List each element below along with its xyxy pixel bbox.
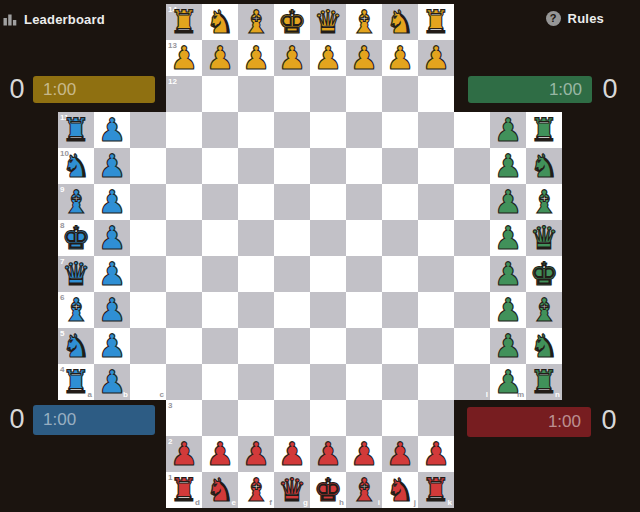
score-red: 0 — [596, 405, 622, 435]
square-m4[interactable]: m♟ — [490, 364, 526, 400]
square-f6[interactable] — [238, 292, 274, 328]
square-m5[interactable]: ♟ — [490, 328, 526, 364]
cut-corner — [58, 400, 94, 436]
square-e4[interactable] — [202, 364, 238, 400]
cut-corner — [94, 4, 130, 40]
green-rook[interactable]: ♜ — [526, 112, 562, 148]
yellow-pawn[interactable]: ♟ — [310, 40, 346, 76]
square-i11[interactable] — [346, 112, 382, 148]
square-e8[interactable] — [202, 220, 238, 256]
square-j6[interactable] — [382, 292, 418, 328]
square-i3[interactable] — [346, 400, 382, 436]
cut-corner — [526, 400, 562, 436]
square-f2[interactable]: ♟ — [238, 436, 274, 472]
square-n8[interactable]: ♛ — [526, 220, 562, 256]
cut-corner — [130, 40, 166, 76]
blue-rook[interactable]: ♜ — [58, 112, 94, 148]
cut-corner — [94, 472, 130, 508]
green-pawn[interactable]: ♟ — [490, 364, 526, 400]
square-h2[interactable]: ♟ — [310, 436, 346, 472]
green-pawn[interactable]: ♟ — [490, 184, 526, 220]
cut-corner — [490, 76, 526, 112]
square-l10[interactable] — [454, 148, 490, 184]
square-i10[interactable] — [346, 148, 382, 184]
cut-corner — [526, 472, 562, 508]
square-m9[interactable]: ♟ — [490, 184, 526, 220]
red-pawn[interactable]: ♟ — [418, 436, 454, 472]
square-h8[interactable] — [310, 220, 346, 256]
square-i9[interactable] — [346, 184, 382, 220]
square-c5[interactable] — [130, 328, 166, 364]
cut-corner — [454, 40, 490, 76]
square-c4[interactable]: c — [130, 364, 166, 400]
cut-corner — [58, 4, 94, 40]
red-knight[interactable]: ♞ — [382, 472, 418, 508]
square-h12[interactable] — [310, 76, 346, 112]
square-e12[interactable] — [202, 76, 238, 112]
red-knight[interactable]: ♞ — [202, 472, 238, 508]
square-d2[interactable]: 2♟ — [166, 436, 202, 472]
green-rook[interactable]: ♜ — [526, 364, 562, 400]
square-n10[interactable]: ♞ — [526, 148, 562, 184]
cut-corner — [130, 400, 166, 436]
yellow-pawn[interactable]: ♟ — [382, 40, 418, 76]
yellow-rook[interactable]: ♜ — [166, 4, 202, 40]
yellow-pawn[interactable]: ♟ — [166, 40, 202, 76]
blue-pawn[interactable]: ♟ — [94, 184, 130, 220]
square-a11[interactable]: 11♜ — [58, 112, 94, 148]
square-b8[interactable]: ♟ — [94, 220, 130, 256]
cut-corner — [454, 76, 490, 112]
square-d1[interactable]: 1d♜ — [166, 472, 202, 508]
green-queen[interactable]: ♛ — [526, 220, 562, 256]
square-b11[interactable]: ♟ — [94, 112, 130, 148]
green-bishop[interactable]: ♝ — [526, 184, 562, 220]
rank-label-3: 3 — [168, 402, 172, 410]
red-pawn[interactable]: ♟ — [346, 436, 382, 472]
square-h1[interactable]: h♚ — [310, 472, 346, 508]
square-e6[interactable] — [202, 292, 238, 328]
green-pawn[interactable]: ♟ — [490, 292, 526, 328]
square-d9[interactable] — [166, 184, 202, 220]
square-n9[interactable]: ♝ — [526, 184, 562, 220]
cut-corner — [454, 400, 490, 436]
blue-rook[interactable]: ♜ — [58, 364, 94, 400]
square-f5[interactable] — [238, 328, 274, 364]
square-f10[interactable] — [238, 148, 274, 184]
green-bishop[interactable]: ♝ — [526, 292, 562, 328]
score-green: 0 — [597, 74, 623, 104]
square-c7[interactable] — [130, 256, 166, 292]
blue-queen[interactable]: ♛ — [58, 256, 94, 292]
square-d5[interactable] — [166, 328, 202, 364]
square-k13[interactable]: ♟ — [418, 40, 454, 76]
square-h14[interactable]: ♛ — [310, 4, 346, 40]
square-h3[interactable] — [310, 400, 346, 436]
green-king[interactable]: ♚ — [526, 256, 562, 292]
rules-label: Rules — [568, 11, 604, 26]
square-i6[interactable] — [346, 292, 382, 328]
cut-corner — [94, 436, 130, 472]
green-pawn[interactable]: ♟ — [490, 148, 526, 184]
cut-corner — [58, 472, 94, 508]
square-j13[interactable]: ♟ — [382, 40, 418, 76]
blue-pawn[interactable]: ♟ — [94, 148, 130, 184]
square-a8[interactable]: 8♚ — [58, 220, 94, 256]
blue-bishop[interactable]: ♝ — [58, 184, 94, 220]
square-g8[interactable] — [274, 220, 310, 256]
square-a10[interactable]: 10♞ — [58, 148, 94, 184]
cut-corner — [526, 40, 562, 76]
square-h9[interactable] — [310, 184, 346, 220]
cut-corner — [490, 40, 526, 76]
square-b7[interactable]: ♟ — [94, 256, 130, 292]
square-h5[interactable] — [310, 328, 346, 364]
cut-corner — [526, 436, 562, 472]
square-k3[interactable] — [418, 400, 454, 436]
blue-knight[interactable]: ♞ — [58, 328, 94, 364]
square-e10[interactable] — [202, 148, 238, 184]
green-pawn[interactable]: ♟ — [490, 220, 526, 256]
square-k4[interactable] — [418, 364, 454, 400]
blue-pawn[interactable]: ♟ — [94, 220, 130, 256]
square-a9[interactable]: 9♝ — [58, 184, 94, 220]
square-n6[interactable]: ♝ — [526, 292, 562, 328]
square-e9[interactable] — [202, 184, 238, 220]
square-g11[interactable] — [274, 112, 310, 148]
red-queen[interactable]: ♛ — [274, 472, 310, 508]
square-c8[interactable] — [130, 220, 166, 256]
square-h10[interactable] — [310, 148, 346, 184]
square-b6[interactable]: ♟ — [94, 292, 130, 328]
red-king[interactable]: ♚ — [310, 472, 346, 508]
yellow-pawn[interactable]: ♟ — [274, 40, 310, 76]
green-pawn[interactable]: ♟ — [490, 328, 526, 364]
blue-king[interactable]: ♚ — [58, 220, 94, 256]
score-yellow: 0 — [4, 74, 30, 104]
square-d12[interactable]: 12 — [166, 76, 202, 112]
green-knight[interactable]: ♞ — [526, 148, 562, 184]
square-g13[interactable]: ♟ — [274, 40, 310, 76]
square-i5[interactable] — [346, 328, 382, 364]
square-i2[interactable]: ♟ — [346, 436, 382, 472]
square-i4[interactable] — [346, 364, 382, 400]
red-pawn[interactable]: ♟ — [382, 436, 418, 472]
square-h4[interactable] — [310, 364, 346, 400]
square-b10[interactable]: ♟ — [94, 148, 130, 184]
yellow-king[interactable]: ♚ — [274, 4, 310, 40]
square-j11[interactable] — [382, 112, 418, 148]
square-j10[interactable] — [382, 148, 418, 184]
cut-corner — [130, 436, 166, 472]
rank-label-12: 12 — [168, 78, 177, 86]
four-player-chess-app: Leaderboard ? Rules 0 1:00 1:00 0 0 1:00… — [0, 0, 640, 512]
square-j2[interactable]: ♟ — [382, 436, 418, 472]
square-c9[interactable] — [130, 184, 166, 220]
square-l11[interactable] — [454, 112, 490, 148]
file-label-c: c — [160, 391, 164, 399]
score-blue: 0 — [4, 404, 30, 434]
square-d14[interactable]: 14♜ — [166, 4, 202, 40]
blue-bishop[interactable]: ♝ — [58, 292, 94, 328]
square-a4[interactable]: 4a♜ — [58, 364, 94, 400]
green-knight[interactable]: ♞ — [526, 328, 562, 364]
red-pawn[interactable]: ♟ — [166, 436, 202, 472]
yellow-knight[interactable]: ♞ — [382, 4, 418, 40]
cut-corner — [58, 76, 94, 112]
cut-corner — [490, 436, 526, 472]
square-d7[interactable] — [166, 256, 202, 292]
cut-corner — [526, 4, 562, 40]
yellow-pawn[interactable]: ♟ — [202, 40, 238, 76]
file-label-l: l — [486, 391, 488, 399]
cut-corner — [454, 436, 490, 472]
blue-pawn[interactable]: ♟ — [94, 364, 130, 400]
square-j7[interactable] — [382, 256, 418, 292]
square-k2[interactable]: ♟ — [418, 436, 454, 472]
square-n4[interactable]: n♜ — [526, 364, 562, 400]
square-c6[interactable] — [130, 292, 166, 328]
yellow-rook[interactable]: ♜ — [418, 4, 454, 40]
cut-corner — [526, 76, 562, 112]
square-e7[interactable] — [202, 256, 238, 292]
square-g6[interactable] — [274, 292, 310, 328]
square-d10[interactable] — [166, 148, 202, 184]
square-l4[interactable]: l — [454, 364, 490, 400]
square-f1[interactable]: f♝ — [238, 472, 274, 508]
square-f13[interactable]: ♟ — [238, 40, 274, 76]
square-f14[interactable]: ♝ — [238, 4, 274, 40]
square-d4[interactable] — [166, 364, 202, 400]
square-b5[interactable]: ♟ — [94, 328, 130, 364]
red-pawn[interactable]: ♟ — [202, 436, 238, 472]
red-pawn[interactable]: ♟ — [274, 436, 310, 472]
yellow-pawn[interactable]: ♟ — [346, 40, 382, 76]
square-m10[interactable]: ♟ — [490, 148, 526, 184]
red-rook[interactable]: ♜ — [166, 472, 202, 508]
blue-pawn[interactable]: ♟ — [94, 256, 130, 292]
square-g7[interactable] — [274, 256, 310, 292]
square-m11[interactable]: ♟ — [490, 112, 526, 148]
square-f9[interactable] — [238, 184, 274, 220]
square-n7[interactable]: ♚ — [526, 256, 562, 292]
square-i13[interactable]: ♟ — [346, 40, 382, 76]
square-h7[interactable] — [310, 256, 346, 292]
square-l5[interactable] — [454, 328, 490, 364]
square-d3[interactable]: 3 — [166, 400, 202, 436]
cut-corner — [58, 436, 94, 472]
green-pawn[interactable]: ♟ — [490, 112, 526, 148]
square-l8[interactable] — [454, 220, 490, 256]
cut-corner — [94, 76, 130, 112]
square-g5[interactable] — [274, 328, 310, 364]
square-c10[interactable] — [130, 148, 166, 184]
square-f12[interactable] — [238, 76, 274, 112]
square-m8[interactable]: ♟ — [490, 220, 526, 256]
square-b4[interactable]: b♟ — [94, 364, 130, 400]
square-e2[interactable]: ♟ — [202, 436, 238, 472]
yellow-pawn[interactable]: ♟ — [418, 40, 454, 76]
square-k6[interactable] — [418, 292, 454, 328]
square-g12[interactable] — [274, 76, 310, 112]
red-pawn[interactable]: ♟ — [238, 436, 274, 472]
cut-corner — [490, 4, 526, 40]
square-n11[interactable]: ♜ — [526, 112, 562, 148]
square-j4[interactable] — [382, 364, 418, 400]
square-e1[interactable]: e♞ — [202, 472, 238, 508]
square-d6[interactable] — [166, 292, 202, 328]
red-pawn[interactable]: ♟ — [310, 436, 346, 472]
square-m6[interactable]: ♟ — [490, 292, 526, 328]
square-h11[interactable] — [310, 112, 346, 148]
red-bishop[interactable]: ♝ — [346, 472, 382, 508]
square-g14[interactable]: ♚ — [274, 4, 310, 40]
square-l6[interactable] — [454, 292, 490, 328]
square-m7[interactable]: ♟ — [490, 256, 526, 292]
square-k11[interactable] — [418, 112, 454, 148]
square-h13[interactable]: ♟ — [310, 40, 346, 76]
square-e14[interactable]: ♞ — [202, 4, 238, 40]
square-i8[interactable] — [346, 220, 382, 256]
square-g3[interactable] — [274, 400, 310, 436]
square-i1[interactable]: i♝ — [346, 472, 382, 508]
square-f11[interactable] — [238, 112, 274, 148]
square-k10[interactable] — [418, 148, 454, 184]
blue-pawn[interactable]: ♟ — [94, 328, 130, 364]
cut-corner — [490, 400, 526, 436]
square-f4[interactable] — [238, 364, 274, 400]
blue-knight[interactable]: ♞ — [58, 148, 94, 184]
square-g9[interactable] — [274, 184, 310, 220]
square-f7[interactable] — [238, 256, 274, 292]
square-j1[interactable]: j♞ — [382, 472, 418, 508]
square-i12[interactable] — [346, 76, 382, 112]
square-f8[interactable] — [238, 220, 274, 256]
square-l7[interactable] — [454, 256, 490, 292]
cut-corner — [454, 4, 490, 40]
yellow-knight[interactable]: ♞ — [202, 4, 238, 40]
square-j8[interactable] — [382, 220, 418, 256]
square-k7[interactable] — [418, 256, 454, 292]
yellow-queen[interactable]: ♛ — [310, 4, 346, 40]
red-bishop[interactable]: ♝ — [238, 472, 274, 508]
square-j9[interactable] — [382, 184, 418, 220]
blue-pawn[interactable]: ♟ — [94, 292, 130, 328]
square-i7[interactable] — [346, 256, 382, 292]
square-g10[interactable] — [274, 148, 310, 184]
green-pawn[interactable]: ♟ — [490, 256, 526, 292]
cut-corner — [94, 400, 130, 436]
square-l9[interactable] — [454, 184, 490, 220]
square-j5[interactable] — [382, 328, 418, 364]
square-g4[interactable] — [274, 364, 310, 400]
cut-corner — [130, 76, 166, 112]
square-a6[interactable]: 6♝ — [58, 292, 94, 328]
cut-corner — [490, 472, 526, 508]
square-k9[interactable] — [418, 184, 454, 220]
yellow-bishop[interactable]: ♝ — [346, 4, 382, 40]
square-j3[interactable] — [382, 400, 418, 436]
square-g1[interactable]: g♛ — [274, 472, 310, 508]
blue-pawn[interactable]: ♟ — [94, 112, 130, 148]
square-g2[interactable]: ♟ — [274, 436, 310, 472]
cut-corner — [454, 472, 490, 508]
square-c11[interactable] — [130, 112, 166, 148]
square-n5[interactable]: ♞ — [526, 328, 562, 364]
square-e11[interactable] — [202, 112, 238, 148]
red-rook[interactable]: ♜ — [418, 472, 454, 508]
square-k1[interactable]: k♜ — [418, 472, 454, 508]
cut-corner — [58, 40, 94, 76]
square-i14[interactable]: ♝ — [346, 4, 382, 40]
square-e3[interactable] — [202, 400, 238, 436]
square-j14[interactable]: ♞ — [382, 4, 418, 40]
square-j12[interactable] — [382, 76, 418, 112]
square-e13[interactable]: ♟ — [202, 40, 238, 76]
yellow-bishop[interactable]: ♝ — [238, 4, 274, 40]
cut-corner — [94, 40, 130, 76]
square-a5[interactable]: 5♞ — [58, 328, 94, 364]
bar-chart-icon — [3, 12, 17, 26]
square-k14[interactable]: ♜ — [418, 4, 454, 40]
square-d11[interactable] — [166, 112, 202, 148]
square-h6[interactable] — [310, 292, 346, 328]
square-d8[interactable] — [166, 220, 202, 256]
square-e5[interactable] — [202, 328, 238, 364]
cut-corner — [130, 472, 166, 508]
square-d13[interactable]: 13♟ — [166, 40, 202, 76]
square-a7[interactable]: 7♛ — [58, 256, 94, 292]
square-k5[interactable] — [418, 328, 454, 364]
square-k8[interactable] — [418, 220, 454, 256]
square-k12[interactable] — [418, 76, 454, 112]
board: 14♜♞♝♚♛♝♞♜13♟♟♟♟♟♟♟♟1211♜♟♟♜10♞♟♟♞9♝♟♟♝8… — [58, 4, 562, 508]
square-b9[interactable]: ♟ — [94, 184, 130, 220]
square-f3[interactable] — [238, 400, 274, 436]
cut-corner — [130, 4, 166, 40]
yellow-pawn[interactable]: ♟ — [238, 40, 274, 76]
